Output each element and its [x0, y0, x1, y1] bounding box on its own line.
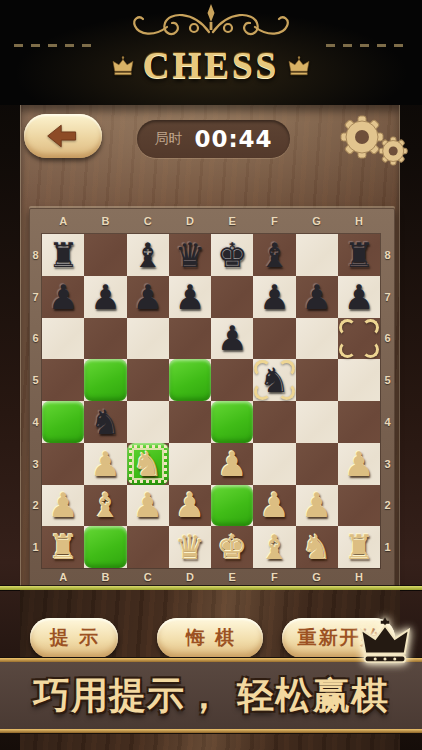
- black-rook-piece: ♜: [338, 234, 380, 276]
- square-g3[interactable]: [296, 443, 338, 485]
- square-d5[interactable]: [169, 359, 211, 401]
- square-c3[interactable]: ♞: [127, 443, 169, 485]
- last-move-corner-mark: [339, 319, 356, 336]
- square-d1[interactable]: ♛: [169, 526, 211, 568]
- square-e3[interactable]: ♟: [211, 443, 253, 485]
- square-c6[interactable]: [127, 318, 169, 360]
- black-bishop-piece: ♝: [253, 234, 295, 276]
- square-a1[interactable]: ♜: [42, 526, 84, 568]
- rank-label-4: 4: [380, 401, 395, 443]
- chess-board: ABCDEFGH ABCDEFGH 87654321 87654321 ♜♝♛♚…: [29, 208, 395, 586]
- black-pawn-piece: ♟: [84, 276, 126, 318]
- square-a7[interactable]: ♟: [42, 276, 84, 318]
- back-button[interactable]: [24, 114, 102, 158]
- white-bishop-piece: ♝: [84, 485, 126, 527]
- square-b1[interactable]: [84, 526, 126, 568]
- white-pawn-piece: ♟: [42, 485, 84, 527]
- black-pawn-piece: ♟: [338, 276, 380, 318]
- banner-text: 巧用提示， 轻松赢棋: [33, 671, 389, 721]
- square-b2[interactable]: ♝: [84, 485, 126, 527]
- legal-move-highlight: [211, 401, 253, 443]
- file-label-E: E: [211, 568, 253, 586]
- timer-value: 00:44: [194, 126, 272, 152]
- square-e7[interactable]: [211, 276, 253, 318]
- black-king-piece: ♚: [211, 234, 253, 276]
- banner-bottom-border: [0, 729, 422, 733]
- square-a2[interactable]: ♟: [42, 485, 84, 527]
- square-g1[interactable]: ♞: [296, 526, 338, 568]
- file-label-D: D: [169, 568, 211, 586]
- file-label-E: E: [211, 208, 253, 234]
- file-label-B: B: [84, 208, 126, 234]
- undo-button[interactable]: 悔棋: [157, 618, 263, 658]
- square-h7[interactable]: ♟: [338, 276, 380, 318]
- square-h6[interactable]: [338, 318, 380, 360]
- file-label-A: A: [42, 208, 84, 234]
- square-a8[interactable]: ♜: [42, 234, 84, 276]
- square-f6[interactable]: [253, 318, 295, 360]
- square-h2[interactable]: [338, 485, 380, 527]
- white-knight-piece: ♞: [296, 526, 338, 568]
- app-screen: CHESS 局时 00:44: [0, 0, 422, 750]
- rank-label-7: 7: [29, 276, 42, 318]
- promo-banner: 巧用提示， 轻松赢棋: [0, 658, 422, 733]
- white-pawn-piece: ♟: [169, 485, 211, 527]
- square-f8[interactable]: ♝: [253, 234, 295, 276]
- square-c4[interactable]: [127, 401, 169, 443]
- square-b8[interactable]: [84, 234, 126, 276]
- square-a5[interactable]: [42, 359, 84, 401]
- rank-label-2: 2: [29, 485, 42, 527]
- rank-label-2: 2: [380, 485, 395, 527]
- square-f7[interactable]: ♟: [253, 276, 295, 318]
- square-d2[interactable]: ♟: [169, 485, 211, 527]
- square-h1[interactable]: ♜: [338, 526, 380, 568]
- black-pawn-piece: ♟: [253, 276, 295, 318]
- square-c1[interactable]: [127, 526, 169, 568]
- legal-move-highlight: [211, 485, 253, 527]
- square-d6[interactable]: [169, 318, 211, 360]
- square-c5[interactable]: [127, 359, 169, 401]
- timer-label: 局时: [154, 130, 182, 148]
- square-b3[interactable]: ♟: [84, 443, 126, 485]
- square-g2[interactable]: ♟: [296, 485, 338, 527]
- file-label-C: C: [127, 208, 169, 234]
- rank-label-8: 8: [29, 234, 42, 276]
- square-f4[interactable]: [253, 401, 295, 443]
- app-title: CHESS: [143, 44, 279, 87]
- file-labels-top: ABCDEFGH: [42, 208, 380, 234]
- file-label-F: F: [253, 208, 295, 234]
- rank-labels-right: 87654321: [380, 234, 395, 568]
- square-a3[interactable]: [42, 443, 84, 485]
- black-knight-piece: ♞: [84, 401, 126, 443]
- board-grid: ♜♝♛♚♝♜♟♟♟♟♟♟♟♟♞♞♟♞♟♟♟♝♟♟♟♟♜♛♚♝♞♜: [42, 234, 380, 568]
- rank-label-3: 3: [29, 443, 42, 485]
- square-e5[interactable]: [211, 359, 253, 401]
- square-h5[interactable]: [338, 359, 380, 401]
- square-g5[interactable]: [296, 359, 338, 401]
- file-label-H: H: [338, 208, 380, 234]
- rank-label-4: 4: [29, 401, 42, 443]
- square-b6[interactable]: [84, 318, 126, 360]
- square-e4[interactable]: [211, 401, 253, 443]
- file-label-A: A: [42, 568, 84, 586]
- black-pawn-piece: ♟: [211, 318, 253, 360]
- file-labels-bottom: ABCDEFGH: [42, 568, 380, 586]
- square-d7[interactable]: ♟: [169, 276, 211, 318]
- square-e2[interactable]: [211, 485, 253, 527]
- black-rook-piece: ♜: [42, 234, 84, 276]
- rank-label-8: 8: [380, 234, 395, 276]
- settings-button[interactable]: [330, 111, 416, 171]
- file-label-B: B: [84, 568, 126, 586]
- square-h4[interactable]: [338, 401, 380, 443]
- white-bishop-piece: ♝: [253, 526, 295, 568]
- file-label-C: C: [127, 568, 169, 586]
- game-panel: 局时 00:44: [20, 105, 400, 586]
- square-g7[interactable]: ♟: [296, 276, 338, 318]
- square-d8[interactable]: ♛: [169, 234, 211, 276]
- file-label-F: F: [253, 568, 295, 586]
- rank-label-3: 3: [380, 443, 395, 485]
- square-e6[interactable]: ♟: [211, 318, 253, 360]
- black-pawn-piece: ♟: [169, 276, 211, 318]
- back-arrow-icon: [45, 123, 81, 149]
- white-pawn-piece: ♟: [296, 485, 338, 527]
- square-b5[interactable]: [84, 359, 126, 401]
- white-pawn-piece: ♟: [338, 443, 380, 485]
- black-bishop-piece: ♝: [127, 234, 169, 276]
- white-rook-piece: ♜: [338, 526, 380, 568]
- square-f1[interactable]: ♝: [253, 526, 295, 568]
- square-c7[interactable]: ♟: [127, 276, 169, 318]
- white-knight-piece: ♞: [127, 443, 169, 485]
- square-a6[interactable]: [42, 318, 84, 360]
- black-queen-piece: ♛: [169, 234, 211, 276]
- white-king-piece: ♚: [211, 526, 253, 568]
- rank-label-6: 6: [29, 318, 42, 360]
- square-b7[interactable]: ♟: [84, 276, 126, 318]
- header: CHESS: [0, 0, 422, 105]
- square-c2[interactable]: ♟: [127, 485, 169, 527]
- white-pawn-piece: ♟: [127, 485, 169, 527]
- square-f5[interactable]: ♞: [253, 359, 295, 401]
- gear-icon: [341, 116, 383, 158]
- square-d4[interactable]: [169, 401, 211, 443]
- hint-button[interactable]: 提示: [30, 618, 118, 658]
- square-e8[interactable]: ♚: [211, 234, 253, 276]
- square-e1[interactable]: ♚: [211, 526, 253, 568]
- square-a4[interactable]: [42, 401, 84, 443]
- rank-label-6: 6: [380, 318, 395, 360]
- crown-icon: [111, 56, 135, 76]
- rank-labels-left: 87654321: [29, 234, 42, 568]
- legal-move-highlight: [84, 526, 126, 568]
- white-rook-piece: ♜: [42, 526, 84, 568]
- last-move-corner-mark: [362, 341, 379, 358]
- square-c8[interactable]: ♝: [127, 234, 169, 276]
- gear-icon-small: [379, 137, 407, 165]
- square-g8[interactable]: [296, 234, 338, 276]
- square-h8[interactable]: ♜: [338, 234, 380, 276]
- black-pawn-piece: ♟: [296, 276, 338, 318]
- black-pawn-piece: ♟: [42, 276, 84, 318]
- white-pawn-piece: ♟: [253, 485, 295, 527]
- rank-label-1: 1: [380, 526, 395, 568]
- legal-move-highlight: [169, 359, 211, 401]
- rank-label-5: 5: [29, 359, 42, 401]
- file-label-G: G: [296, 208, 338, 234]
- square-h3[interactable]: ♟: [338, 443, 380, 485]
- square-b4[interactable]: ♞: [84, 401, 126, 443]
- black-knight-piece: ♞: [253, 359, 295, 401]
- square-g4[interactable]: [296, 401, 338, 443]
- file-label-G: G: [296, 568, 338, 586]
- square-d3[interactable]: [169, 443, 211, 485]
- square-f3[interactable]: [253, 443, 295, 485]
- white-queen-piece: ♛: [169, 526, 211, 568]
- white-pawn-piece: ♟: [211, 443, 253, 485]
- square-g6[interactable]: [296, 318, 338, 360]
- legal-move-highlight: [84, 359, 126, 401]
- last-move-corner-mark: [362, 319, 379, 336]
- crown-icon: [287, 56, 311, 76]
- square-f2[interactable]: ♟: [253, 485, 295, 527]
- legal-move-highlight: [42, 401, 84, 443]
- white-pawn-piece: ♟: [84, 443, 126, 485]
- rank-label-7: 7: [380, 276, 395, 318]
- king-crown-icon: [357, 613, 413, 669]
- rank-label-1: 1: [29, 526, 42, 568]
- game-timer: 局时 00:44: [137, 120, 290, 158]
- file-label-D: D: [169, 208, 211, 234]
- black-pawn-piece: ♟: [127, 276, 169, 318]
- file-label-H: H: [338, 568, 380, 586]
- last-move-corner-mark: [339, 341, 356, 358]
- rank-label-5: 5: [380, 359, 395, 401]
- flourish-ornament: [91, 2, 331, 48]
